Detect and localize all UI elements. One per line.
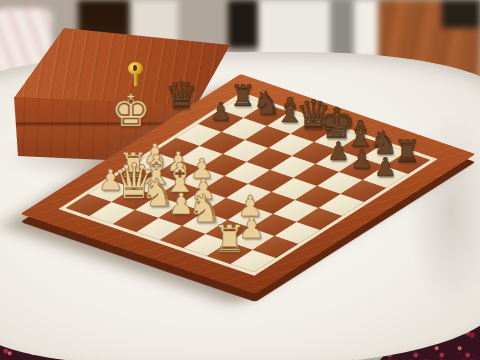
box-key bbox=[128, 62, 144, 88]
piece-bP-h7: ♟ bbox=[374, 155, 397, 181]
key-hole bbox=[133, 65, 137, 71]
piece-bQ-offboard: ♛ bbox=[164, 77, 197, 114]
piece-bP-f7: ♟ bbox=[327, 139, 350, 164]
piece-wK-offboard: ♚ bbox=[111, 89, 150, 133]
piece-bP-a7: ♟ bbox=[210, 100, 232, 124]
piece-bP-g7: ♟ bbox=[350, 147, 373, 173]
piece-wR-g1: ♜ bbox=[213, 221, 247, 259]
chess-set-photo: ♜♞♝♛♚♝♞♜♟♟♟♟♟♟♟♜♝♝♟♟♟♛♞♟♞♟♜♚♛ bbox=[0, 0, 480, 360]
piece-bR-h8: ♜ bbox=[394, 137, 421, 167]
